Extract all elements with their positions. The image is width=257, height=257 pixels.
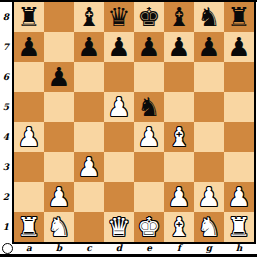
piece-black-queen: ♛ <box>107 2 130 32</box>
square-g4[interactable] <box>194 122 224 152</box>
square-f7[interactable]: ♟ <box>164 32 194 62</box>
square-a4[interactable]: ♟ <box>14 122 44 152</box>
square-h4[interactable] <box>224 122 254 152</box>
piece-white-pawn: ♟ <box>107 92 130 122</box>
piece-black-bishop: ♝ <box>77 2 100 32</box>
rank-label-8: 8 <box>0 2 12 32</box>
piece-white-rook: ♜ <box>227 212 250 242</box>
rank-label-5: 5 <box>0 92 12 122</box>
rank-label-4: 4 <box>0 122 12 152</box>
square-c2[interactable] <box>74 182 104 212</box>
square-c6[interactable] <box>74 62 104 92</box>
piece-black-knight: ♞ <box>137 92 160 122</box>
square-b3[interactable] <box>44 152 74 182</box>
square-d2[interactable] <box>104 182 134 212</box>
piece-white-bishop: ♝ <box>167 212 190 242</box>
square-b6[interactable]: ♟ <box>44 62 74 92</box>
square-f3[interactable] <box>164 152 194 182</box>
square-f2[interactable]: ♟ <box>164 182 194 212</box>
square-c1[interactable] <box>74 212 104 242</box>
chess-board: ♜♝♛♚♝♞♜♟♟♟♟♟♟♟♟♟♞♟♟♝♟♟♟♟♟♜♞♛♚♝♞♜ <box>12 0 256 244</box>
piece-white-king: ♚ <box>137 212 160 242</box>
square-h2[interactable]: ♟ <box>224 182 254 212</box>
piece-black-rook: ♜ <box>227 2 250 32</box>
square-b5[interactable] <box>44 92 74 122</box>
square-a8[interactable]: ♜ <box>14 2 44 32</box>
piece-white-knight: ♞ <box>47 212 70 242</box>
square-c3[interactable]: ♟ <box>74 152 104 182</box>
square-a3[interactable] <box>14 152 44 182</box>
square-g8[interactable]: ♞ <box>194 2 224 32</box>
square-e8[interactable]: ♚ <box>134 2 164 32</box>
square-g1[interactable]: ♞ <box>194 212 224 242</box>
piece-black-king: ♚ <box>137 2 160 32</box>
piece-black-pawn: ♟ <box>17 32 40 62</box>
piece-white-pawn: ♟ <box>77 152 100 182</box>
piece-white-pawn: ♟ <box>47 182 70 212</box>
square-e6[interactable] <box>134 62 164 92</box>
square-d6[interactable] <box>104 62 134 92</box>
square-f4[interactable]: ♝ <box>164 122 194 152</box>
rank-label-6: 6 <box>0 62 12 92</box>
square-c4[interactable] <box>74 122 104 152</box>
square-g7[interactable]: ♟ <box>194 32 224 62</box>
chess-diagram: 87654321 ♜♝♛♚♝♞♜♟♟♟♟♟♟♟♟♟♞♟♟♝♟♟♟♟♟♜♞♛♚♝♞… <box>0 0 257 257</box>
piece-white-queen: ♛ <box>107 212 130 242</box>
piece-white-bishop: ♝ <box>167 122 190 152</box>
square-e3[interactable] <box>134 152 164 182</box>
square-a2[interactable] <box>14 182 44 212</box>
square-e5[interactable]: ♞ <box>134 92 164 122</box>
piece-black-pawn: ♟ <box>197 32 220 62</box>
square-d1[interactable]: ♛ <box>104 212 134 242</box>
square-g2[interactable]: ♟ <box>194 182 224 212</box>
square-e1[interactable]: ♚ <box>134 212 164 242</box>
square-h1[interactable]: ♜ <box>224 212 254 242</box>
piece-black-pawn: ♟ <box>107 32 130 62</box>
square-e7[interactable]: ♟ <box>134 32 164 62</box>
square-b8[interactable] <box>44 2 74 32</box>
square-b4[interactable] <box>44 122 74 152</box>
piece-black-bishop: ♝ <box>167 2 190 32</box>
rank-label-7: 7 <box>0 32 12 62</box>
piece-white-pawn: ♟ <box>197 182 220 212</box>
piece-black-rook: ♜ <box>17 2 40 32</box>
square-h5[interactable] <box>224 92 254 122</box>
piece-black-knight: ♞ <box>197 2 220 32</box>
square-a6[interactable] <box>14 62 44 92</box>
square-h3[interactable] <box>224 152 254 182</box>
square-f8[interactable]: ♝ <box>164 2 194 32</box>
square-d5[interactable]: ♟ <box>104 92 134 122</box>
rank-labels: 87654321 <box>0 2 12 242</box>
square-a7[interactable]: ♟ <box>14 32 44 62</box>
piece-white-rook: ♜ <box>17 212 40 242</box>
piece-white-pawn: ♟ <box>167 182 190 212</box>
square-b7[interactable] <box>44 32 74 62</box>
square-g5[interactable] <box>194 92 224 122</box>
white-to-move-indicator <box>2 243 13 254</box>
square-a1[interactable]: ♜ <box>14 212 44 242</box>
square-g3[interactable] <box>194 152 224 182</box>
rank-label-3: 3 <box>0 152 12 182</box>
square-d4[interactable] <box>104 122 134 152</box>
square-f5[interactable] <box>164 92 194 122</box>
square-h7[interactable]: ♟ <box>224 32 254 62</box>
square-c8[interactable]: ♝ <box>74 2 104 32</box>
piece-white-pawn: ♟ <box>17 122 40 152</box>
piece-black-pawn: ♟ <box>137 32 160 62</box>
piece-white-knight: ♞ <box>197 212 220 242</box>
piece-white-pawn: ♟ <box>137 122 160 152</box>
square-d8[interactable]: ♛ <box>104 2 134 32</box>
square-d3[interactable] <box>104 152 134 182</box>
square-e4[interactable]: ♟ <box>134 122 164 152</box>
square-h6[interactable] <box>224 62 254 92</box>
piece-white-pawn: ♟ <box>227 182 250 212</box>
square-e2[interactable] <box>134 182 164 212</box>
rank-label-2: 2 <box>0 182 12 212</box>
piece-black-pawn: ♟ <box>227 32 250 62</box>
square-f6[interactable] <box>164 62 194 92</box>
square-f1[interactable]: ♝ <box>164 212 194 242</box>
square-a5[interactable] <box>14 92 44 122</box>
piece-black-pawn: ♟ <box>47 62 70 92</box>
square-b1[interactable]: ♞ <box>44 212 74 242</box>
square-d7[interactable]: ♟ <box>104 32 134 62</box>
piece-black-pawn: ♟ <box>167 32 190 62</box>
square-g6[interactable] <box>194 62 224 92</box>
square-c5[interactable] <box>74 92 104 122</box>
rank-label-1: 1 <box>0 212 12 242</box>
square-b2[interactable]: ♟ <box>44 182 74 212</box>
square-h8[interactable]: ♜ <box>224 2 254 32</box>
square-c7[interactable]: ♟ <box>74 32 104 62</box>
piece-black-pawn: ♟ <box>77 32 100 62</box>
